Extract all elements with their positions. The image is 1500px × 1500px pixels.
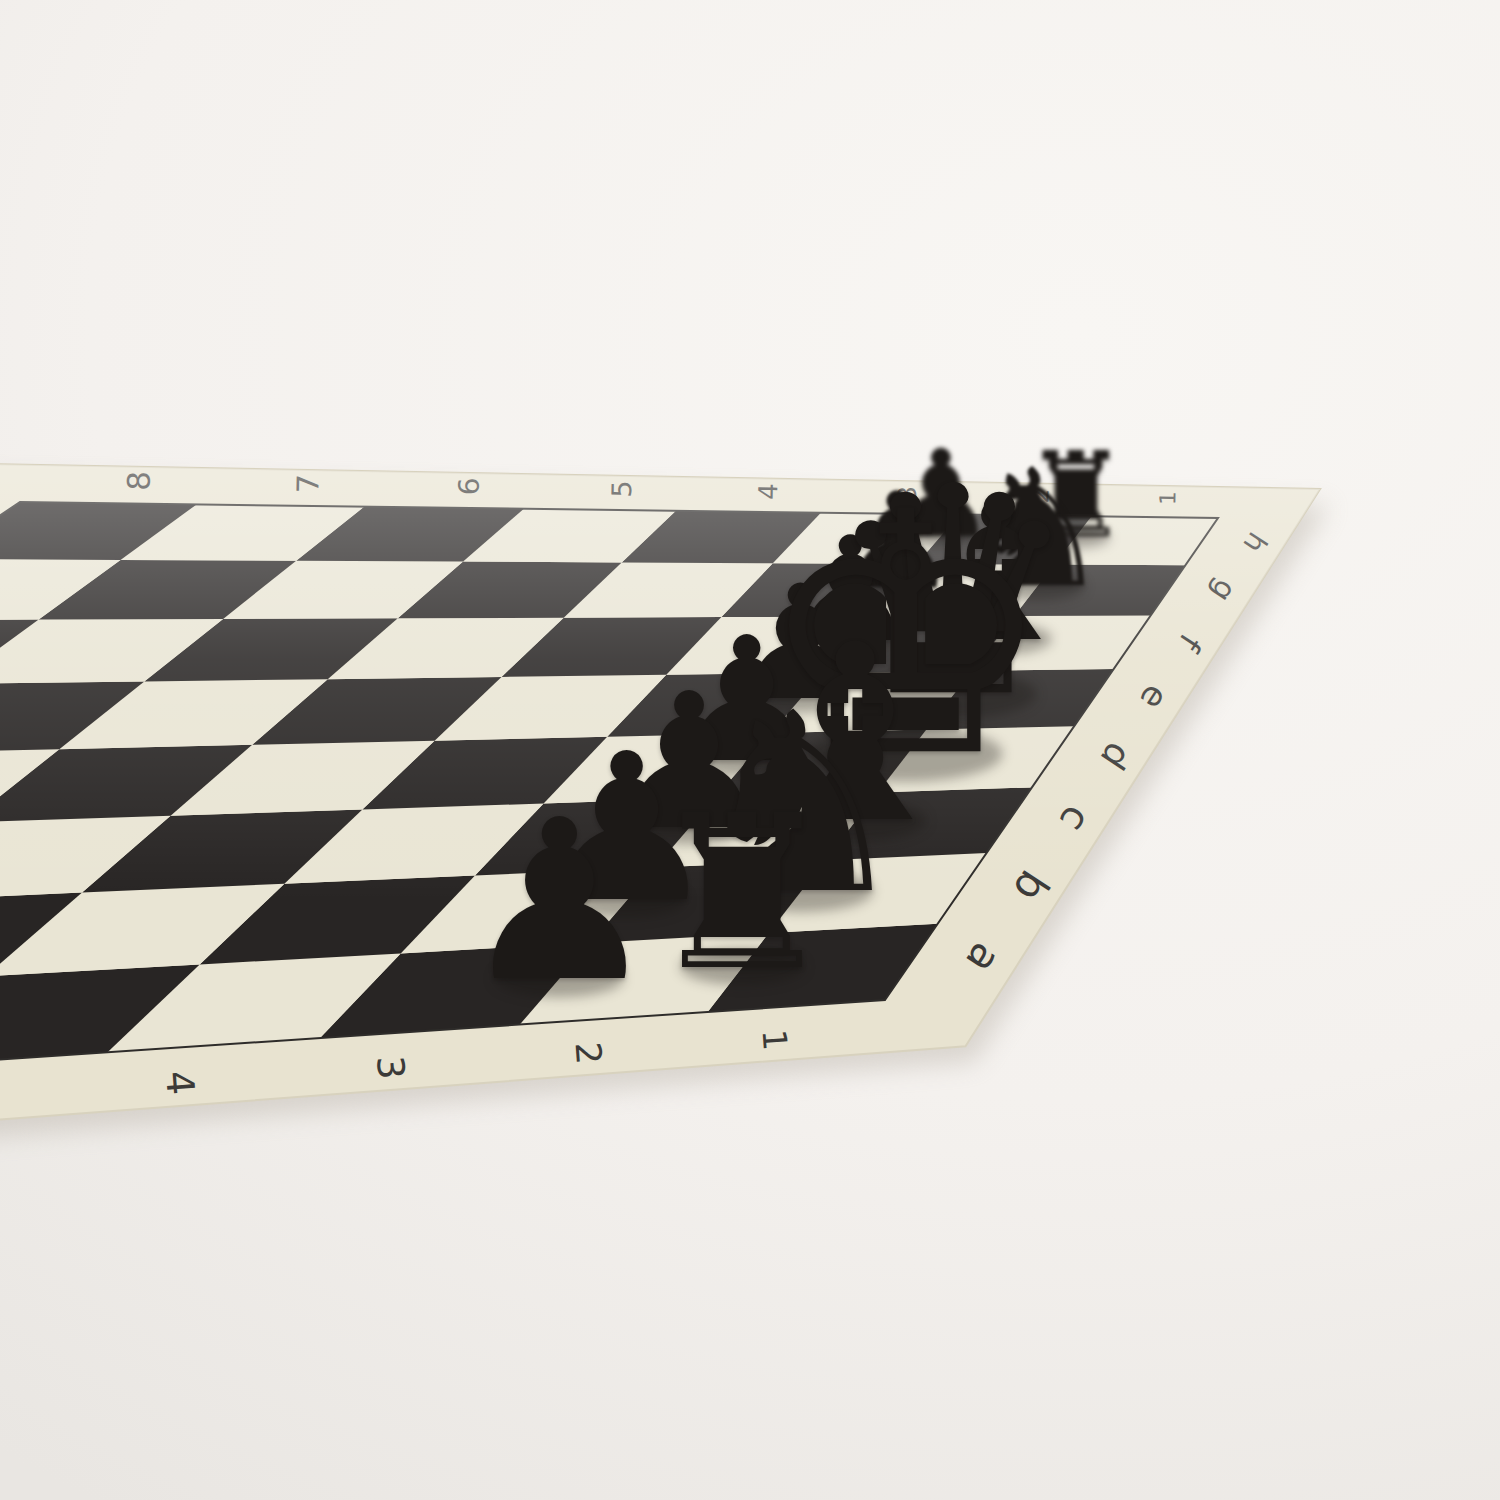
photo-stage: abcdefgh1122334455667788 ♟♜♟♞♝♟♛♟♚♟♝♟♞♟♜… [0,0,1500,1500]
piece-black-pawn-a2: ♟ [460,790,659,1012]
piece-black-rook-a1: ♜ [647,786,838,999]
